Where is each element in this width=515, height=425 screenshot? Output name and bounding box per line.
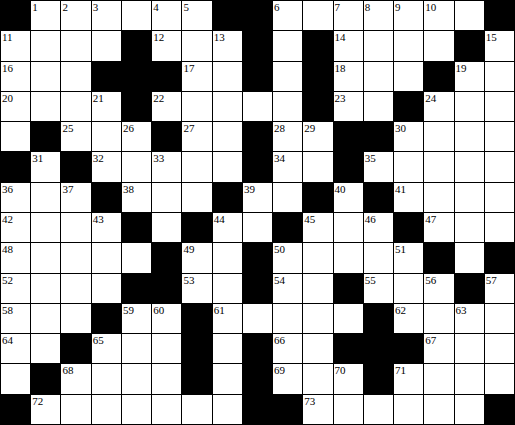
clue-number-20: 20: [2, 92, 13, 104]
cell-r4c0[interactable]: [1, 122, 30, 151]
cell-r10c2[interactable]: [61, 304, 90, 333]
cell-r10c15[interactable]: 63: [455, 304, 484, 333]
cell-r3c14[interactable]: 24: [424, 92, 453, 121]
clue-number-48: 48: [2, 243, 13, 255]
cell-r10c11[interactable]: [334, 304, 363, 333]
clue-number-17: 17: [183, 62, 194, 74]
cell-r10c14[interactable]: [424, 304, 453, 333]
cell-r10c16[interactable]: [485, 304, 514, 333]
cell-r0c12[interactable]: 8: [364, 1, 393, 30]
cell-r1c14[interactable]: [424, 31, 453, 60]
cell-r6c5[interactable]: [152, 183, 181, 212]
cell-r3c0[interactable]: 20: [1, 92, 30, 121]
cell-r3c5[interactable]: 22: [152, 92, 181, 121]
cell-r7c0[interactable]: 42: [1, 213, 30, 242]
cell-r0c14[interactable]: 10: [424, 1, 453, 30]
cell-r13c5[interactable]: [152, 395, 181, 424]
clue-number-51: 51: [395, 243, 406, 255]
cell-r1c2[interactable]: [61, 31, 90, 60]
clue-number-14: 14: [335, 31, 346, 43]
black-cell-r10c12: [364, 304, 393, 333]
clue-number-57: 57: [486, 274, 497, 286]
clue-number-1: 1: [32, 1, 38, 13]
clue-number-40: 40: [335, 183, 346, 195]
cell-r9c9[interactable]: 54: [273, 274, 302, 303]
cell-r11c1[interactable]: [31, 334, 60, 363]
cell-r1c16[interactable]: 15: [485, 31, 514, 60]
cell-r11c5[interactable]: [152, 334, 181, 363]
cell-r11c9[interactable]: 66: [273, 334, 302, 363]
cell-r10c7[interactable]: 61: [213, 304, 242, 333]
cell-r8c3[interactable]: [92, 243, 121, 272]
black-cell-r13c9: [273, 395, 302, 424]
black-cell-r8c5: [152, 243, 181, 272]
cell-r3c16[interactable]: [485, 92, 514, 121]
cell-r0c11[interactable]: 7: [334, 1, 363, 30]
cell-r12c9[interactable]: 69: [273, 364, 302, 393]
cell-r4c4[interactable]: 26: [122, 122, 151, 151]
black-cell-r11c8: [243, 334, 272, 363]
cell-r5c13[interactable]: [394, 152, 423, 181]
cell-r5c12[interactable]: 35: [364, 152, 393, 181]
cell-r7c2[interactable]: [61, 213, 90, 242]
clue-number-8: 8: [365, 1, 371, 13]
clue-number-63: 63: [456, 304, 467, 316]
cell-r4c3[interactable]: [92, 122, 121, 151]
black-cell-r5c8: [243, 152, 272, 181]
cell-r8c1[interactable]: [31, 243, 60, 272]
cell-r10c8[interactable]: [243, 304, 272, 333]
cell-r2c11[interactable]: 18: [334, 62, 363, 91]
clue-number-50: 50: [274, 243, 285, 255]
black-cell-r8c16: [485, 243, 514, 272]
cell-r0c9[interactable]: 6: [273, 1, 302, 30]
cell-r5c4[interactable]: [122, 152, 151, 181]
clue-number-38: 38: [123, 183, 134, 195]
cell-r6c1[interactable]: [31, 183, 60, 212]
cell-r13c10[interactable]: 73: [303, 395, 332, 424]
cell-r3c7[interactable]: [213, 92, 242, 121]
cell-r0c2[interactable]: 2: [61, 1, 90, 30]
cell-r11c7[interactable]: [213, 334, 242, 363]
cell-r9c16[interactable]: 57: [485, 274, 514, 303]
black-cell-r4c5: [152, 122, 181, 151]
cell-r1c3[interactable]: [92, 31, 121, 60]
cell-r13c3[interactable]: [92, 395, 121, 424]
cell-r7c5[interactable]: [152, 213, 181, 242]
cell-r2c9[interactable]: [273, 62, 302, 91]
cell-r5c6[interactable]: [182, 152, 211, 181]
cell-r13c6[interactable]: [182, 395, 211, 424]
black-cell-r11c13: [394, 334, 423, 363]
clue-number-26: 26: [123, 122, 134, 134]
crossword-board: 1234567891011121314151617181920212223242…: [0, 0, 515, 425]
clue-number-13: 13: [214, 31, 225, 43]
black-cell-r8c8: [243, 243, 272, 272]
clue-number-61: 61: [214, 304, 225, 316]
clue-number-19: 19: [456, 62, 467, 74]
clue-number-65: 65: [93, 334, 104, 346]
black-cell-r2c3: [92, 62, 121, 91]
cell-r10c1[interactable]: [31, 304, 60, 333]
cell-r8c10[interactable]: [303, 243, 332, 272]
clue-number-28: 28: [274, 122, 285, 134]
clue-number-21: 21: [93, 92, 104, 104]
clue-number-58: 58: [2, 304, 13, 316]
cell-r12c14[interactable]: [424, 364, 453, 393]
clue-number-22: 22: [153, 92, 164, 104]
cell-r4c16[interactable]: [485, 122, 514, 151]
cell-r13c12[interactable]: [364, 395, 393, 424]
black-cell-r1c10: [303, 31, 332, 60]
clue-number-68: 68: [62, 364, 73, 376]
clue-number-35: 35: [365, 152, 376, 164]
cell-r13c11[interactable]: [334, 395, 363, 424]
cell-r7c16[interactable]: [485, 213, 514, 242]
cell-r11c16[interactable]: [485, 334, 514, 363]
black-cell-r11c11: [334, 334, 363, 363]
cell-r6c9[interactable]: [273, 183, 302, 212]
clue-number-36: 36: [2, 183, 13, 195]
cell-r9c2[interactable]: [61, 274, 90, 303]
clue-number-70: 70: [335, 364, 346, 376]
black-cell-r13c8: [243, 395, 272, 424]
cell-r7c1[interactable]: [31, 213, 60, 242]
cell-r0c5[interactable]: 4: [152, 1, 181, 30]
cell-r4c6[interactable]: 27: [182, 122, 211, 151]
cell-r5c1[interactable]: 31: [31, 152, 60, 181]
cell-r12c3[interactable]: [92, 364, 121, 393]
black-cell-r9c4: [122, 274, 151, 303]
clue-number-16: 16: [2, 62, 13, 74]
cell-r1c6[interactable]: [182, 31, 211, 60]
cell-r8c15[interactable]: [455, 243, 484, 272]
clue-number-2: 2: [62, 1, 68, 13]
black-cell-r1c15: [455, 31, 484, 60]
cell-r0c4[interactable]: [122, 1, 151, 30]
cell-r0c3[interactable]: 3: [92, 1, 121, 30]
cell-r10c9[interactable]: [273, 304, 302, 333]
cell-r7c12[interactable]: 46: [364, 213, 393, 242]
black-cell-r12c12: [364, 364, 393, 393]
cell-r12c11[interactable]: 70: [334, 364, 363, 393]
black-cell-r8c14: [424, 243, 453, 272]
black-cell-r11c6: [182, 334, 211, 363]
cell-r2c6[interactable]: 17: [182, 62, 211, 91]
cell-r9c3[interactable]: [92, 274, 121, 303]
black-cell-r0c7: [213, 1, 242, 30]
black-cell-r13c16: [485, 395, 514, 424]
cell-r0c1[interactable]: 1: [31, 1, 60, 30]
clue-number-69: 69: [274, 364, 285, 376]
black-cell-r4c8: [243, 122, 272, 151]
cell-r1c5[interactable]: 12: [152, 31, 181, 60]
cell-r6c13[interactable]: 41: [394, 183, 423, 212]
cell-r1c0[interactable]: 11: [1, 31, 30, 60]
clue-number-53: 53: [183, 274, 194, 286]
cell-r9c6[interactable]: 53: [182, 274, 211, 303]
black-cell-r0c16: [485, 1, 514, 30]
cell-r10c13[interactable]: 62: [394, 304, 423, 333]
black-cell-r11c2: [61, 334, 90, 363]
cell-r13c2[interactable]: [61, 395, 90, 424]
cell-r6c0[interactable]: 36: [1, 183, 30, 212]
cell-r0c13[interactable]: 9: [394, 1, 423, 30]
clue-number-23: 23: [335, 92, 346, 104]
cell-r1c11[interactable]: 14: [334, 31, 363, 60]
cell-r13c13[interactable]: [394, 395, 423, 424]
cell-r7c8[interactable]: [243, 213, 272, 242]
black-cell-r13c0: [1, 395, 30, 424]
cell-r8c6[interactable]: 49: [182, 243, 211, 272]
cell-r4c14[interactable]: [424, 122, 453, 151]
cell-r12c15[interactable]: [455, 364, 484, 393]
clue-number-24: 24: [425, 92, 436, 104]
cell-r3c9[interactable]: [273, 92, 302, 121]
cell-r3c12[interactable]: [364, 92, 393, 121]
clue-number-41: 41: [395, 183, 406, 195]
cell-r4c7[interactable]: [213, 122, 242, 151]
cell-r9c7[interactable]: [213, 274, 242, 303]
clue-number-56: 56: [425, 274, 436, 286]
cell-r3c11[interactable]: 23: [334, 92, 363, 121]
clue-number-67: 67: [425, 334, 436, 346]
cell-r9c14[interactable]: 56: [424, 274, 453, 303]
cell-r3c15[interactable]: [455, 92, 484, 121]
black-cell-r3c13: [394, 92, 423, 121]
cell-r4c15[interactable]: [455, 122, 484, 151]
cell-r3c2[interactable]: [61, 92, 90, 121]
cell-r6c14[interactable]: [424, 183, 453, 212]
cell-r13c14[interactable]: [424, 395, 453, 424]
clue-number-46: 46: [365, 213, 376, 225]
cell-r5c9[interactable]: 34: [273, 152, 302, 181]
black-cell-r4c11: [334, 122, 363, 151]
black-cell-r3c10: [303, 92, 332, 121]
cell-r9c12[interactable]: 55: [364, 274, 393, 303]
cell-r8c12[interactable]: [364, 243, 393, 272]
cell-r12c10[interactable]: [303, 364, 332, 393]
clue-number-47: 47: [425, 213, 436, 225]
cell-r10c5[interactable]: 60: [152, 304, 181, 333]
cell-r10c0[interactable]: 58: [1, 304, 30, 333]
clue-number-49: 49: [183, 243, 194, 255]
cell-r7c7[interactable]: 44: [213, 213, 242, 242]
clue-number-7: 7: [335, 1, 341, 13]
cell-r8c9[interactable]: 50: [273, 243, 302, 272]
cell-r5c16[interactable]: [485, 152, 514, 181]
clue-number-32: 32: [93, 152, 104, 164]
black-cell-r9c15: [455, 274, 484, 303]
black-cell-r9c5: [152, 274, 181, 303]
black-cell-r5c0: [1, 152, 30, 181]
cell-r2c0[interactable]: 16: [1, 62, 30, 91]
cell-r11c14[interactable]: 67: [424, 334, 453, 363]
cell-r8c13[interactable]: 51: [394, 243, 423, 272]
black-cell-r3c4: [122, 92, 151, 121]
cell-r6c15[interactable]: [455, 183, 484, 212]
cell-r13c4[interactable]: [122, 395, 151, 424]
cell-r5c15[interactable]: [455, 152, 484, 181]
black-cell-r6c3: [92, 183, 121, 212]
cell-r1c1[interactable]: [31, 31, 60, 60]
cell-r11c4[interactable]: [122, 334, 151, 363]
clue-number-52: 52: [2, 274, 13, 286]
clue-number-54: 54: [274, 274, 285, 286]
cell-r4c9[interactable]: 28: [273, 122, 302, 151]
cell-r0c10[interactable]: [303, 1, 332, 30]
clue-number-44: 44: [214, 213, 225, 225]
cell-r12c7[interactable]: [213, 364, 242, 393]
cell-r12c16[interactable]: [485, 364, 514, 393]
cell-r4c13[interactable]: 30: [394, 122, 423, 151]
cell-r2c13[interactable]: [394, 62, 423, 91]
cell-r5c10[interactable]: [303, 152, 332, 181]
cell-r6c4[interactable]: 38: [122, 183, 151, 212]
clue-number-37: 37: [62, 183, 73, 195]
clue-number-59: 59: [123, 304, 134, 316]
cell-r10c10[interactable]: [303, 304, 332, 333]
black-cell-r4c12: [364, 122, 393, 151]
cell-r13c15[interactable]: [455, 395, 484, 424]
clue-number-71: 71: [395, 364, 406, 376]
cell-r2c12[interactable]: [364, 62, 393, 91]
cell-r2c16[interactable]: [485, 62, 514, 91]
black-cell-r4c1: [31, 122, 60, 151]
clue-number-6: 6: [274, 1, 280, 13]
cell-r12c4[interactable]: [122, 364, 151, 393]
clue-number-72: 72: [32, 395, 43, 407]
clue-number-34: 34: [274, 152, 285, 164]
cell-r5c3[interactable]: 32: [92, 152, 121, 181]
cell-r3c8[interactable]: [243, 92, 272, 121]
clue-number-33: 33: [153, 152, 164, 164]
cell-r7c11[interactable]: [334, 213, 363, 242]
cell-r4c2[interactable]: 25: [61, 122, 90, 151]
black-cell-r2c8: [243, 62, 272, 91]
cell-r2c15[interactable]: 19: [455, 62, 484, 91]
cell-r11c3[interactable]: 65: [92, 334, 121, 363]
cell-r7c14[interactable]: 47: [424, 213, 453, 242]
black-cell-r10c6: [182, 304, 211, 333]
cell-r9c10[interactable]: [303, 274, 332, 303]
black-cell-r7c6: [182, 213, 211, 242]
cell-r8c11[interactable]: [334, 243, 363, 272]
clue-number-31: 31: [32, 152, 43, 164]
cell-r10c4[interactable]: 59: [122, 304, 151, 333]
clue-number-18: 18: [335, 62, 346, 74]
clue-number-5: 5: [183, 1, 189, 13]
cell-r6c8[interactable]: 39: [243, 183, 272, 212]
cell-r5c7[interactable]: [213, 152, 242, 181]
black-cell-r1c8: [243, 31, 272, 60]
cell-r13c1[interactable]: 72: [31, 395, 60, 424]
clue-number-30: 30: [395, 122, 406, 134]
black-cell-r6c12: [364, 183, 393, 212]
black-cell-r7c9: [273, 213, 302, 242]
black-cell-r9c11: [334, 274, 363, 303]
cell-r5c5[interactable]: 33: [152, 152, 181, 181]
cell-r11c0[interactable]: 64: [1, 334, 30, 363]
clue-number-64: 64: [2, 334, 13, 346]
cell-r8c7[interactable]: [213, 243, 242, 272]
cell-r6c11[interactable]: 40: [334, 183, 363, 212]
cell-r0c6[interactable]: 5: [182, 1, 211, 30]
cell-r8c2[interactable]: [61, 243, 90, 272]
clue-number-43: 43: [93, 213, 104, 225]
cell-r12c5[interactable]: [152, 364, 181, 393]
cell-r6c16[interactable]: [485, 183, 514, 212]
clue-number-39: 39: [244, 183, 255, 195]
cell-r11c15[interactable]: [455, 334, 484, 363]
cell-r3c6[interactable]: [182, 92, 211, 121]
clue-number-62: 62: [395, 304, 406, 316]
cell-r6c2[interactable]: 37: [61, 183, 90, 212]
clue-number-9: 9: [395, 1, 401, 13]
black-cell-r2c10: [303, 62, 332, 91]
cell-r9c1[interactable]: [31, 274, 60, 303]
cell-r12c2[interactable]: 68: [61, 364, 90, 393]
cell-r4c10[interactable]: 29: [303, 122, 332, 151]
cell-r13c7[interactable]: [213, 395, 242, 424]
cell-r1c7[interactable]: 13: [213, 31, 242, 60]
clue-number-4: 4: [153, 1, 159, 13]
clue-number-45: 45: [304, 213, 315, 225]
cell-r3c1[interactable]: [31, 92, 60, 121]
cell-r5c14[interactable]: [424, 152, 453, 181]
clue-number-10: 10: [425, 1, 436, 13]
black-cell-r0c0: [1, 1, 30, 30]
cell-r8c0[interactable]: 48: [1, 243, 30, 272]
cell-r7c10[interactable]: 45: [303, 213, 332, 242]
black-cell-r5c2: [61, 152, 90, 181]
clue-number-73: 73: [304, 395, 315, 407]
clue-number-29: 29: [304, 122, 315, 134]
cell-r0c15[interactable]: [455, 1, 484, 30]
clue-number-66: 66: [274, 334, 285, 346]
cell-r3c3[interactable]: 21: [92, 92, 121, 121]
black-cell-r0c8: [243, 1, 272, 30]
black-cell-r7c13: [394, 213, 423, 242]
cell-r9c13[interactable]: [394, 274, 423, 303]
black-cell-r9c8: [243, 274, 272, 303]
cell-r2c7[interactable]: [213, 62, 242, 91]
cell-r7c15[interactable]: [455, 213, 484, 242]
black-cell-r1c4: [122, 31, 151, 60]
cell-r7c3[interactable]: 43: [92, 213, 121, 242]
cell-r9c0[interactable]: 52: [1, 274, 30, 303]
cell-r12c0[interactable]: [1, 364, 30, 393]
cell-r6c6[interactable]: [182, 183, 211, 212]
black-cell-r10c3: [92, 304, 121, 333]
cell-r1c13[interactable]: [394, 31, 423, 60]
black-cell-r2c4: [122, 62, 151, 91]
black-cell-r12c8: [243, 364, 272, 393]
black-cell-r6c7: [213, 183, 242, 212]
black-cell-r2c5: [152, 62, 181, 91]
clue-number-11: 11: [2, 31, 13, 43]
cell-r1c12[interactable]: [364, 31, 393, 60]
black-cell-r7c4: [122, 213, 151, 242]
clue-number-15: 15: [486, 31, 497, 43]
black-cell-r2c14: [424, 62, 453, 91]
cell-r2c2[interactable]: [61, 62, 90, 91]
cell-r1c9[interactable]: [273, 31, 302, 60]
cell-r8c4[interactable]: [122, 243, 151, 272]
cell-r12c13[interactable]: 71: [394, 364, 423, 393]
cell-r11c10[interactable]: [303, 334, 332, 363]
cell-r2c1[interactable]: [31, 62, 60, 91]
